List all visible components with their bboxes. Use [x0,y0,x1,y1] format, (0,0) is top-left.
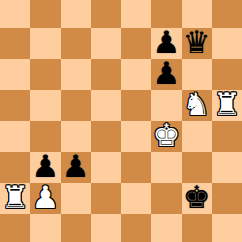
square-f1[interactable] [151,214,181,242]
black-pawn: ♟ [31,151,59,182]
square-g3[interactable] [182,152,212,183]
square-d3[interactable] [91,152,121,183]
black-queen: ♛ [183,27,211,58]
square-h8[interactable] [212,0,242,28]
square-d2[interactable] [91,183,121,214]
square-e1[interactable] [121,214,151,242]
square-c4[interactable] [61,121,91,152]
square-e5[interactable] [121,90,151,121]
white-knight: ♞ [183,89,211,120]
square-a3[interactable] [0,152,30,183]
square-g2[interactable]: ♚ [182,183,212,214]
square-h1[interactable] [212,214,242,242]
square-b3[interactable]: ♟ [30,152,60,183]
square-b1[interactable] [30,214,60,242]
square-d1[interactable] [91,214,121,242]
chess-board: ♟♛♟♞♜♚♟♟♜♟♚ [0,0,242,242]
square-g5[interactable]: ♞ [182,90,212,121]
square-a2[interactable]: ♜ [0,183,30,214]
square-g7[interactable]: ♛ [182,28,212,59]
square-f7[interactable]: ♟ [151,28,181,59]
square-b5[interactable] [30,90,60,121]
black-pawn: ♟ [152,58,180,89]
square-g8[interactable] [182,0,212,28]
square-e3[interactable] [121,152,151,183]
square-a7[interactable] [0,28,30,59]
square-d4[interactable] [91,121,121,152]
square-c6[interactable] [61,59,91,90]
square-h5[interactable]: ♜ [212,90,242,121]
square-a1[interactable] [0,214,30,242]
square-e4[interactable] [121,121,151,152]
square-f5[interactable] [151,90,181,121]
square-g4[interactable] [182,121,212,152]
square-d6[interactable] [91,59,121,90]
square-e8[interactable] [121,0,151,28]
square-b2[interactable]: ♟ [30,183,60,214]
square-h7[interactable] [212,28,242,59]
square-g1[interactable] [182,214,212,242]
square-e7[interactable] [121,28,151,59]
square-b4[interactable] [30,121,60,152]
square-a6[interactable] [0,59,30,90]
square-c5[interactable] [61,90,91,121]
square-d8[interactable] [91,0,121,28]
black-pawn: ♟ [152,27,180,58]
square-h2[interactable] [212,183,242,214]
square-f3[interactable] [151,152,181,183]
square-h3[interactable] [212,152,242,183]
square-h6[interactable] [212,59,242,90]
white-king: ♚ [152,120,180,151]
square-f2[interactable] [151,183,181,214]
white-rook: ♜ [213,89,241,120]
square-a4[interactable] [0,121,30,152]
square-c2[interactable] [61,183,91,214]
square-f8[interactable] [151,0,181,28]
square-f6[interactable]: ♟ [151,59,181,90]
square-c7[interactable] [61,28,91,59]
square-d7[interactable] [91,28,121,59]
square-b8[interactable] [30,0,60,28]
square-d5[interactable] [91,90,121,121]
square-b6[interactable] [30,59,60,90]
black-king: ♚ [183,182,211,213]
square-e2[interactable] [121,183,151,214]
black-pawn: ♟ [62,151,90,182]
square-a8[interactable] [0,0,30,28]
square-b7[interactable] [30,28,60,59]
square-c1[interactable] [61,214,91,242]
square-f4[interactable]: ♚ [151,121,181,152]
square-c8[interactable] [61,0,91,28]
square-c3[interactable]: ♟ [61,152,91,183]
square-g6[interactable] [182,59,212,90]
square-e6[interactable] [121,59,151,90]
square-h4[interactable] [212,121,242,152]
square-a5[interactable] [0,90,30,121]
white-rook: ♜ [1,182,29,213]
white-pawn: ♟ [31,182,59,213]
